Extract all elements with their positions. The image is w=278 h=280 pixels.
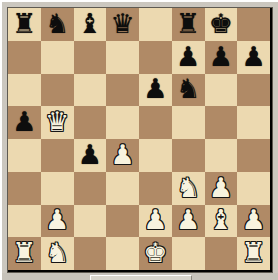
square-a7[interactable] [8, 41, 41, 74]
white-knight[interactable]: ♞ [176, 174, 200, 201]
square-d6[interactable] [106, 74, 139, 107]
square-d1[interactable] [106, 237, 139, 270]
white-pawn[interactable]: ♟ [242, 206, 266, 233]
black-knight[interactable]: ♞ [45, 10, 69, 37]
square-f5[interactable] [172, 106, 205, 139]
square-a2[interactable] [8, 205, 41, 238]
square-c5[interactable] [74, 106, 107, 139]
square-a6[interactable] [8, 74, 41, 107]
black-queen[interactable]: ♛ [111, 10, 135, 37]
square-b5[interactable]: ♛ [41, 106, 74, 139]
square-b2[interactable]: ♟ [41, 205, 74, 238]
square-f1[interactable] [172, 237, 205, 270]
square-h7[interactable]: ♟ [237, 41, 270, 74]
white-pawn[interactable]: ♟ [209, 174, 233, 201]
board-frame: ♜♞♝♛♜♚♟♟♟♟♞♟♛♟♟♞♟♟♟♟♝♟♜♞♚♜ [7, 7, 273, 273]
black-pawn[interactable]: ♟ [176, 43, 200, 70]
square-d8[interactable]: ♛ [106, 8, 139, 41]
square-a1[interactable]: ♜ [8, 237, 41, 270]
square-a4[interactable] [8, 139, 41, 172]
black-pawn[interactable]: ♟ [209, 43, 233, 70]
white-pawn[interactable]: ♟ [111, 141, 135, 168]
chess-board[interactable]: ♜♞♝♛♜♚♟♟♟♟♞♟♛♟♟♞♟♟♟♟♝♟♜♞♚♜ [8, 8, 270, 270]
square-c8[interactable]: ♝ [74, 8, 107, 41]
square-c6[interactable] [74, 74, 107, 107]
square-d3[interactable] [106, 172, 139, 205]
square-h2[interactable]: ♟ [237, 205, 270, 238]
square-c4[interactable]: ♟ [74, 139, 107, 172]
square-b7[interactable] [41, 41, 74, 74]
square-a5[interactable]: ♟ [8, 106, 41, 139]
square-f6[interactable]: ♞ [172, 74, 205, 107]
square-h5[interactable] [237, 106, 270, 139]
square-b3[interactable] [41, 172, 74, 205]
square-e2[interactable]: ♟ [139, 205, 172, 238]
square-h8[interactable] [237, 8, 270, 41]
square-h1[interactable]: ♜ [237, 237, 270, 270]
square-d2[interactable] [106, 205, 139, 238]
white-knight[interactable]: ♞ [45, 239, 69, 266]
square-h4[interactable] [237, 139, 270, 172]
square-e6[interactable]: ♟ [139, 74, 172, 107]
square-a8[interactable]: ♜ [8, 8, 41, 41]
chess-app-window: ♜♞♝♛♜♚♟♟♟♟♞♟♛♟♟♞♟♟♟♟♝♟♜♞♚♜ [0, 0, 278, 280]
white-pawn[interactable]: ♟ [176, 206, 200, 233]
square-c3[interactable] [74, 172, 107, 205]
square-f7[interactable]: ♟ [172, 41, 205, 74]
square-g2[interactable]: ♝ [205, 205, 238, 238]
square-e1[interactable]: ♚ [139, 237, 172, 270]
white-rook[interactable]: ♜ [242, 239, 266, 266]
square-a3[interactable] [8, 172, 41, 205]
black-king[interactable]: ♚ [209, 10, 233, 37]
square-e4[interactable] [139, 139, 172, 172]
square-f3[interactable]: ♞ [172, 172, 205, 205]
square-g1[interactable] [205, 237, 238, 270]
square-g6[interactable] [205, 74, 238, 107]
horizontal-scrollbar-thumb[interactable] [90, 275, 192, 280]
square-f2[interactable]: ♟ [172, 205, 205, 238]
white-king[interactable]: ♚ [143, 239, 167, 266]
square-g7[interactable]: ♟ [205, 41, 238, 74]
square-e3[interactable] [139, 172, 172, 205]
square-g8[interactable]: ♚ [205, 8, 238, 41]
black-pawn[interactable]: ♟ [143, 75, 167, 102]
square-c2[interactable] [74, 205, 107, 238]
square-e7[interactable] [139, 41, 172, 74]
white-queen[interactable]: ♛ [45, 108, 69, 135]
white-pawn[interactable]: ♟ [45, 206, 69, 233]
black-bishop[interactable]: ♝ [78, 10, 102, 37]
square-e5[interactable] [139, 106, 172, 139]
square-c1[interactable] [74, 237, 107, 270]
square-c7[interactable] [74, 41, 107, 74]
square-b6[interactable] [41, 74, 74, 107]
white-rook[interactable]: ♜ [12, 239, 36, 266]
square-h3[interactable] [237, 172, 270, 205]
black-knight[interactable]: ♞ [176, 75, 200, 102]
square-b1[interactable]: ♞ [41, 237, 74, 270]
square-d4[interactable]: ♟ [106, 139, 139, 172]
black-pawn[interactable]: ♟ [12, 108, 36, 135]
black-rook[interactable]: ♜ [12, 10, 36, 37]
square-h6[interactable] [237, 74, 270, 107]
square-g4[interactable] [205, 139, 238, 172]
white-bishop[interactable]: ♝ [209, 206, 233, 233]
square-d7[interactable] [106, 41, 139, 74]
square-b8[interactable]: ♞ [41, 8, 74, 41]
white-pawn[interactable]: ♟ [143, 206, 167, 233]
black-pawn[interactable]: ♟ [78, 141, 102, 168]
square-g5[interactable] [205, 106, 238, 139]
square-b4[interactable] [41, 139, 74, 172]
square-e8[interactable] [139, 8, 172, 41]
square-f4[interactable] [172, 139, 205, 172]
square-d5[interactable] [106, 106, 139, 139]
black-pawn[interactable]: ♟ [242, 43, 266, 70]
black-rook[interactable]: ♜ [176, 10, 200, 37]
square-g3[interactable]: ♟ [205, 172, 238, 205]
square-f8[interactable]: ♜ [172, 8, 205, 41]
